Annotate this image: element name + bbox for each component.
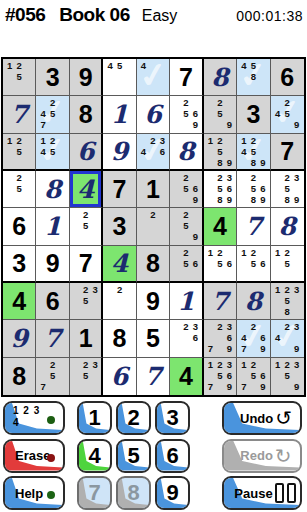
header: #056 Book 06 Easy 000:01:38 [0, 0, 307, 30]
given-digit: 8 [12, 364, 26, 389]
cell-r2c9[interactable]: ✓2459 [271, 96, 304, 133]
pencil-marks: 1235679 [204, 358, 236, 392]
pencil-marks: 1256 [204, 246, 236, 269]
pencil-marks: 23679 [204, 320, 236, 354]
pencil-marks: 2 [103, 283, 135, 295]
digit-button-2[interactable]: 2 [116, 401, 151, 435]
user-digit: 8 [177, 139, 194, 164]
pencil-marks: 2457 [36, 96, 68, 130]
cell-r2c3[interactable]: 8 [70, 96, 103, 133]
given-digit: 3 [12, 251, 26, 276]
pencil-marks: 12589 [204, 134, 236, 168]
cell-r2c1[interactable]: 7 [3, 96, 36, 133]
pencil-marks: 259 [170, 208, 201, 242]
cell-r3c2[interactable]: ✓1245 [36, 134, 69, 171]
cell-r5c8[interactable]: 7 [237, 208, 270, 245]
pencil-marks: 2459 [271, 96, 304, 130]
digit-button-4[interactable]: 4 [77, 439, 112, 473]
cell-r3c8[interactable]: ✓124589 [237, 134, 270, 171]
help-label: Help [15, 486, 43, 501]
cell-r5c2[interactable]: 1 [36, 208, 69, 245]
undo-label: Undo [240, 411, 273, 426]
pencil-marks: 12359 [271, 358, 304, 392]
given-digit: 8 [113, 326, 127, 351]
cell-r3c3[interactable]: 6 [70, 134, 103, 171]
cell-r4c1[interactable]: 25 [3, 171, 36, 208]
cell-r7c7[interactable]: 7 [204, 283, 237, 320]
cell-r1c3[interactable]: 9 [70, 59, 103, 96]
user-digit: 1 [111, 102, 128, 127]
cell-r7c1[interactable]: 4 [3, 283, 36, 320]
user-digit: 6 [77, 139, 94, 164]
given-digit: 7 [79, 251, 93, 276]
given-digit: 7 [179, 65, 193, 90]
user-digit: 4 [77, 177, 94, 202]
cell-r6c3[interactable]: 7 [70, 246, 103, 283]
cell-r6c5[interactable]: 8 [137, 246, 170, 283]
cell-r2c4[interactable]: 1 [103, 96, 136, 133]
erase-button[interactable]: Erase [3, 439, 65, 473]
cell-r1c5[interactable]: ✓4 [137, 59, 170, 96]
pencil-marks: 2569 [170, 96, 201, 130]
cell-r4c7[interactable]: 235689 [204, 171, 237, 208]
cell-r9c7[interactable]: 1235679 [204, 358, 237, 395]
pencil-marks: 125 [3, 59, 35, 82]
cell-r9c4[interactable]: 6 [103, 358, 136, 395]
cell-r8c6[interactable]: 236 [170, 320, 203, 357]
cell-r8c3[interactable]: 1 [70, 320, 103, 357]
cell-r4c6[interactable]: 2569 [170, 171, 203, 208]
cell-r8c8[interactable]: ✓24679 [237, 320, 270, 357]
pencil-led-indicator [47, 416, 55, 424]
digit-label: 5 [127, 445, 139, 467]
digit-button-6[interactable]: 6 [155, 439, 190, 473]
redo-button[interactable]: Redo ↻ [222, 439, 302, 473]
pencil-marks: 4 [137, 59, 169, 71]
cell-r6c7[interactable]: 1256 [204, 246, 237, 283]
pencil-marks: 1245 [36, 134, 68, 157]
book-title: Book 06 [59, 4, 129, 26]
user-digit: 6 [111, 364, 128, 389]
pencil-mode-digits: 1 2 34 [13, 405, 40, 429]
user-digit: 4 [111, 251, 128, 276]
user-digit: 9 [11, 326, 28, 351]
cell-r3c5[interactable]: ✓2346 [137, 134, 170, 171]
user-digit: 7 [44, 326, 61, 351]
cell-r7c8[interactable]: 8 [237, 283, 270, 320]
undo-button[interactable]: Undo ↺ [222, 401, 302, 435]
cell-r7c3[interactable]: 235 [70, 283, 103, 320]
user-digit: 1 [44, 214, 61, 239]
cell-r2c2[interactable]: ✓2457 [36, 96, 69, 133]
pencil-marks: 257 [36, 358, 68, 392]
digit-button-7[interactable]: 7 [77, 476, 112, 510]
given-digit: 6 [280, 65, 294, 90]
cell-r6c1[interactable]: 3 [3, 246, 36, 283]
pencil-marks: 24679 [237, 320, 269, 354]
cell-r3c9[interactable]: 7 [271, 134, 304, 171]
given-digit: 8 [146, 251, 160, 276]
given-digit: 6 [46, 289, 60, 314]
digit-button-8[interactable]: 8 [116, 476, 151, 510]
given-digit: 3 [113, 214, 127, 239]
cell-r4c9[interactable]: 23589 [271, 171, 304, 208]
given-digit: 1 [79, 326, 93, 351]
cell-r6c8[interactable]: 1256 [237, 246, 270, 283]
pause-label: Pause [234, 486, 272, 501]
cell-r9c2[interactable]: 257 [36, 358, 69, 395]
cell-r6c4[interactable]: 4 [103, 246, 136, 283]
cell-r2c7[interactable]: 259 [204, 96, 237, 133]
cell-r8c9[interactable]: ✓2349 [271, 320, 304, 357]
cell-r5c9[interactable]: 8 [271, 208, 304, 245]
cell-r5c1[interactable]: 6 [3, 208, 36, 245]
pencil-marks: 236 [170, 320, 201, 343]
cell-r3c7[interactable]: 12589 [204, 134, 237, 171]
pencil-marks: 235689 [204, 171, 236, 205]
cell-r9c1[interactable]: 8 [3, 358, 36, 395]
cell-r3c4[interactable]: 9 [103, 134, 136, 171]
cell-r1c2[interactable]: 3 [36, 59, 69, 96]
pencil-marks: 2346 [137, 134, 169, 157]
cell-r2c5[interactable]: 6 [137, 96, 170, 133]
digit-label: 7 [88, 482, 100, 504]
user-digit: 1 [177, 289, 194, 314]
pencil-marks: 458 [237, 59, 269, 82]
cell-r3c1[interactable]: 125 [3, 134, 36, 171]
cell-r5c3[interactable]: 25 [70, 208, 103, 245]
pencil-marks: 235 [70, 358, 101, 381]
cell-r1c9[interactable]: 6 [271, 59, 304, 96]
help-led-indicator [47, 491, 55, 499]
given-digit: 9 [46, 251, 60, 276]
given-digit: 1 [146, 177, 160, 202]
digit-label: 3 [166, 407, 178, 429]
cell-r4c2[interactable]: 8 [36, 171, 69, 208]
cell-r4c4[interactable]: 7 [103, 171, 136, 208]
cell-r1c6[interactable]: 7 [170, 59, 203, 96]
user-digit: 7 [245, 214, 262, 239]
user-digit: 7 [144, 364, 161, 389]
cell-r4c3[interactable]: 4 [70, 171, 103, 208]
cell-r1c7[interactable]: 8 [204, 59, 237, 96]
pencil-marks: 2 [137, 208, 169, 220]
given-digit: 3 [246, 102, 260, 127]
erase-led-indicator [47, 454, 55, 462]
pencil-marks: 1256 [237, 246, 269, 269]
given-digit: 7 [280, 139, 294, 164]
user-digit: 6 [144, 102, 161, 127]
cell-r8c4[interactable]: 8 [103, 320, 136, 357]
pencil-marks: 12358 [271, 283, 304, 317]
cell-r9c6[interactable]: 4 [170, 358, 203, 395]
cell-r5c7[interactable]: 4 [204, 208, 237, 245]
cell-r8c2[interactable]: 7 [36, 320, 69, 357]
cell-r8c1[interactable]: 9 [3, 320, 36, 357]
digit-label: 2 [127, 407, 139, 429]
pencil-marks: 45 [103, 59, 135, 71]
control-panel: 1 2 34 Erase Help 123456789 Undo ↺ Redo … [3, 401, 304, 511]
digit-button-5[interactable]: 5 [116, 439, 151, 473]
cell-r1c1[interactable]: 125 [3, 59, 36, 96]
cell-r6c6[interactable]: 256 [170, 246, 203, 283]
given-digit: 4 [213, 214, 227, 239]
pause-button[interactable]: Pause [222, 476, 302, 510]
digit-button-9[interactable]: 9 [155, 476, 190, 510]
pencil-marks: 256 [170, 246, 201, 269]
user-digit: 7 [211, 289, 228, 314]
cell-r7c2[interactable]: 6 [36, 283, 69, 320]
pencil-mode-line1: 1 2 3 [13, 405, 40, 416]
pencil-marks: 23589 [271, 171, 304, 205]
cell-r5c6[interactable]: 259 [170, 208, 203, 245]
cell-r4c8[interactable]: 25689 [237, 171, 270, 208]
pencil-marks: 2349 [271, 320, 304, 354]
digit-label: 6 [166, 445, 178, 467]
cell-r9c3[interactable]: 235 [70, 358, 103, 395]
sudoku-app: #056 Book 06 Easy 000:01:38 1253945✓478✓… [0, 0, 307, 512]
cell-r7c4[interactable]: 2 [103, 283, 136, 320]
cell-r9c5[interactable]: 7 [137, 358, 170, 395]
user-digit: 8 [211, 65, 228, 90]
pencil-marks: 259 [204, 96, 236, 130]
digit-label: 1 [88, 407, 100, 429]
undo-icon: ↺ [275, 408, 292, 428]
digit-label: 8 [127, 482, 139, 504]
given-digit: 8 [79, 102, 93, 127]
redo-icon: ↻ [275, 446, 292, 466]
pencil-marks: 124589 [237, 134, 269, 168]
user-digit: 8 [44, 177, 61, 202]
difficulty-label: Easy [142, 7, 178, 25]
redo-label: Redo [240, 448, 273, 463]
cell-r7c9[interactable]: 12358 [271, 283, 304, 320]
given-digit: 6 [12, 214, 26, 239]
digit-label: 4 [88, 445, 100, 467]
cell-r6c9[interactable]: 125 [271, 246, 304, 283]
given-digit: 3 [46, 65, 60, 90]
cell-r5c4[interactable]: 3 [103, 208, 136, 245]
pencil-marks: 125 [271, 246, 304, 269]
timer: 000:01:38 [236, 8, 303, 24]
pause-icon [275, 483, 296, 503]
cell-r8c7[interactable]: 23679 [204, 320, 237, 357]
given-digit: 7 [113, 177, 127, 202]
cell-r1c8[interactable]: ✓458 [237, 59, 270, 96]
cell-r7c6[interactable]: 1 [170, 283, 203, 320]
cell-r9c8[interactable]: 125679 [237, 358, 270, 395]
cell-r4c5[interactable]: 1 [137, 171, 170, 208]
cell-r3c6[interactable]: 8 [170, 134, 203, 171]
pencil-marks: 235 [70, 283, 101, 306]
digit-label: 9 [166, 482, 178, 504]
erase-label: Erase [15, 448, 50, 463]
user-digit: 9 [111, 139, 128, 164]
cell-r5c5[interactable]: 2 [137, 208, 170, 245]
given-digit: 4 [179, 364, 193, 389]
user-digit: 7 [11, 102, 28, 127]
given-digit: 5 [146, 326, 160, 351]
cell-r2c6[interactable]: 2569 [170, 96, 203, 133]
pencil-marks: 125 [3, 134, 35, 157]
pencil-marks: 2569 [170, 171, 201, 205]
digit-button-1[interactable]: 1 [77, 401, 112, 435]
given-digit: 4 [12, 289, 26, 314]
pencil-marks: 125679 [237, 358, 269, 392]
sudoku-grid: 1253945✓478✓45867✓245781625692593✓245912… [1, 57, 306, 397]
puzzle-number: #056 [5, 4, 45, 26]
pencil-marks-toggle-button[interactable]: 1 2 34 [3, 401, 65, 435]
pencil-mode-line2: 4 [13, 417, 20, 428]
help-button[interactable]: Help [3, 476, 65, 510]
pencil-marks: 25 [3, 171, 35, 194]
cell-r6c2[interactable]: 9 [36, 246, 69, 283]
given-digit: 9 [146, 289, 160, 314]
user-digit: 8 [279, 214, 296, 239]
pencil-marks: 25 [70, 208, 101, 231]
digit-button-3[interactable]: 3 [155, 401, 190, 435]
cell-r1c4[interactable]: 45 [103, 59, 136, 96]
cell-r2c8[interactable]: 3 [237, 96, 270, 133]
cell-r9c9[interactable]: 12359 [271, 358, 304, 395]
user-digit: 8 [245, 289, 262, 314]
given-digit: 9 [79, 65, 93, 90]
cell-r7c5[interactable]: 9 [137, 283, 170, 320]
pencil-marks: 25689 [237, 171, 269, 205]
cell-r8c5[interactable]: 5 [137, 320, 170, 357]
